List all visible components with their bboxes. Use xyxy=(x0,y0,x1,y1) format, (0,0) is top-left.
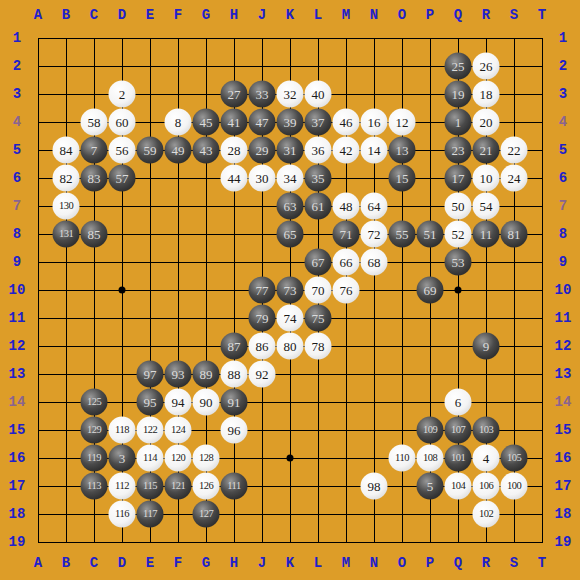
col-label-top-D[interactable]: D xyxy=(118,8,126,22)
stone-J10-move-77: 77 xyxy=(249,277,276,304)
row-label-left-6[interactable]: 6 xyxy=(13,171,21,185)
col-label-bottom-D[interactable]: D xyxy=(118,556,126,570)
stone-N8-move-72: 72 xyxy=(361,221,388,248)
stone-L10-move-70: 70 xyxy=(305,277,332,304)
row-label-right-10[interactable]: 10 xyxy=(555,283,572,297)
col-label-top-A[interactable]: A xyxy=(34,8,42,22)
stone-F15-move-124: 124 xyxy=(165,417,192,444)
col-label-top-L[interactable]: L xyxy=(314,8,322,22)
stone-B7-move-130: 130 xyxy=(53,193,80,220)
stone-K10-move-73: 73 xyxy=(277,277,304,304)
stone-C8-move-85: 85 xyxy=(81,221,108,248)
stone-L11-move-75: 75 xyxy=(305,305,332,332)
row-label-right-15[interactable]: 15 xyxy=(555,423,572,437)
stone-F5-move-49: 49 xyxy=(165,137,192,164)
stone-G18-move-127: 127 xyxy=(193,501,220,528)
stone-J11-move-79: 79 xyxy=(249,305,276,332)
stone-E17-move-115: 115 xyxy=(137,473,164,500)
stone-K7-move-63: 63 xyxy=(277,193,304,220)
stone-J5-move-29: 29 xyxy=(249,137,276,164)
stone-H12-move-87: 87 xyxy=(221,333,248,360)
stone-R5-move-21: 21 xyxy=(473,137,500,164)
stone-R2-move-26: 26 xyxy=(473,53,500,80)
stone-J12-move-86: 86 xyxy=(249,333,276,360)
stone-L5-move-36: 36 xyxy=(305,137,332,164)
row-label-left-9[interactable]: 9 xyxy=(13,255,21,269)
stone-G16-move-128: 128 xyxy=(193,445,220,472)
stone-D18-move-116: 116 xyxy=(109,501,136,528)
star-point-K16 xyxy=(287,455,294,462)
row-label-left-14[interactable]: 14 xyxy=(9,395,26,409)
stone-N17-move-98: 98 xyxy=(361,473,388,500)
stone-M10-move-76: 76 xyxy=(333,277,360,304)
stone-F14-move-94: 94 xyxy=(165,389,192,416)
stone-O6-move-15: 15 xyxy=(389,165,416,192)
row-label-right-5[interactable]: 5 xyxy=(559,143,567,157)
stone-P10-move-69: 69 xyxy=(417,277,444,304)
stone-Q15-move-107: 107 xyxy=(445,417,472,444)
stone-Q6-move-17: 17 xyxy=(445,165,472,192)
stone-S8-move-81: 81 xyxy=(501,221,528,248)
row-label-right-11[interactable]: 11 xyxy=(555,311,572,325)
stone-B6-move-82: 82 xyxy=(53,165,80,192)
row-label-left-16[interactable]: 16 xyxy=(9,451,26,465)
stone-H17-move-111: 111 xyxy=(221,473,248,500)
stone-R15-move-103: 103 xyxy=(473,417,500,444)
stone-H13-move-88: 88 xyxy=(221,361,248,388)
stone-Q3-move-19: 19 xyxy=(445,81,472,108)
row-label-left-11[interactable]: 11 xyxy=(9,311,26,325)
stone-S6-move-24: 24 xyxy=(501,165,528,192)
go-board: AABBCCDDEEFFGGHHJJKKLLMMNNOOPPQQRRSSTT11… xyxy=(0,0,580,580)
stone-R16-move-4: 4 xyxy=(473,445,500,472)
row-label-left-7[interactable]: 7 xyxy=(13,199,21,213)
stone-H5-move-28: 28 xyxy=(221,137,248,164)
stone-L9-move-67: 67 xyxy=(305,249,332,276)
col-label-top-M[interactable]: M xyxy=(342,8,350,22)
star-point-D10 xyxy=(119,287,126,294)
stone-J6-move-30: 30 xyxy=(249,165,276,192)
stone-K6-move-34: 34 xyxy=(277,165,304,192)
stone-L12-move-78: 78 xyxy=(305,333,332,360)
col-label-top-H[interactable]: H xyxy=(230,8,238,22)
stone-O8-move-55: 55 xyxy=(389,221,416,248)
stone-N7-move-64: 64 xyxy=(361,193,388,220)
stone-M4-move-46: 46 xyxy=(333,109,360,136)
stone-Q2-move-25: 25 xyxy=(445,53,472,80)
col-label-top-G[interactable]: G xyxy=(202,8,210,22)
stone-E5-move-59: 59 xyxy=(137,137,164,164)
col-label-bottom-E[interactable]: E xyxy=(146,556,154,570)
col-label-bottom-M[interactable]: M xyxy=(342,556,350,570)
col-label-bottom-B[interactable]: B xyxy=(62,556,70,570)
col-label-top-K[interactable]: K xyxy=(286,8,294,22)
stone-Q4-move-1: 1 xyxy=(445,109,472,136)
stone-C6-move-83: 83 xyxy=(81,165,108,192)
stone-J13-move-92: 92 xyxy=(249,361,276,388)
stone-P17-move-5: 5 xyxy=(417,473,444,500)
stone-Q16-move-101: 101 xyxy=(445,445,472,472)
stone-H15-move-96: 96 xyxy=(221,417,248,444)
col-label-top-F[interactable]: F xyxy=(174,8,182,22)
stone-N5-move-14: 14 xyxy=(361,137,388,164)
stone-Q5-move-23: 23 xyxy=(445,137,472,164)
row-label-right-6[interactable]: 6 xyxy=(559,171,567,185)
stone-R17-move-106: 106 xyxy=(473,473,500,500)
row-label-left-13[interactable]: 13 xyxy=(9,367,26,381)
stone-F17-move-121: 121 xyxy=(165,473,192,500)
row-label-right-18[interactable]: 18 xyxy=(555,507,572,521)
col-label-bottom-F[interactable]: F xyxy=(174,556,182,570)
row-label-right-16[interactable]: 16 xyxy=(555,451,572,465)
stone-D15-move-118: 118 xyxy=(109,417,136,444)
stone-S5-move-22: 22 xyxy=(501,137,528,164)
col-label-bottom-R[interactable]: R xyxy=(482,556,490,570)
stone-S17-move-100: 100 xyxy=(501,473,528,500)
stone-G14-move-90: 90 xyxy=(193,389,220,416)
col-label-top-S[interactable]: S xyxy=(510,8,518,22)
stone-E16-move-114: 114 xyxy=(137,445,164,472)
stone-B5-move-84: 84 xyxy=(53,137,80,164)
stone-C14-move-125: 125 xyxy=(81,389,108,416)
row-label-right-4[interactable]: 4 xyxy=(559,115,567,129)
stone-C15-move-129: 129 xyxy=(81,417,108,444)
row-label-right-13[interactable]: 13 xyxy=(555,367,572,381)
row-label-left-1[interactable]: 1 xyxy=(13,31,21,45)
row-label-right-12[interactable]: 12 xyxy=(555,339,572,353)
stone-J3-move-33: 33 xyxy=(249,81,276,108)
stone-C4-move-58: 58 xyxy=(81,109,108,136)
row-label-right-3[interactable]: 3 xyxy=(559,87,567,101)
stone-Q14-move-6: 6 xyxy=(445,389,472,416)
row-label-right-8[interactable]: 8 xyxy=(559,227,567,241)
stone-Q7-move-50: 50 xyxy=(445,193,472,220)
col-label-bottom-N[interactable]: N xyxy=(370,556,378,570)
col-label-bottom-T[interactable]: T xyxy=(538,556,546,570)
col-label-top-J[interactable]: J xyxy=(258,8,266,22)
stone-O16-move-110: 110 xyxy=(389,445,416,472)
stone-R4-move-20: 20 xyxy=(473,109,500,136)
col-label-bottom-O[interactable]: O xyxy=(398,556,406,570)
stone-M5-move-42: 42 xyxy=(333,137,360,164)
row-label-left-4[interactable]: 4 xyxy=(13,115,21,129)
col-label-top-R[interactable]: R xyxy=(482,8,490,22)
stone-Q17-move-104: 104 xyxy=(445,473,472,500)
row-label-left-17[interactable]: 17 xyxy=(9,479,26,493)
col-label-bottom-S[interactable]: S xyxy=(510,556,518,570)
stone-E15-move-122: 122 xyxy=(137,417,164,444)
col-label-bottom-G[interactable]: G xyxy=(202,556,210,570)
stone-M8-move-71: 71 xyxy=(333,221,360,248)
stone-K8-move-65: 65 xyxy=(277,221,304,248)
row-label-left-10[interactable]: 10 xyxy=(9,283,26,297)
col-label-bottom-H[interactable]: H xyxy=(230,556,238,570)
stone-Q8-move-52: 52 xyxy=(445,221,472,248)
stone-J4-move-47: 47 xyxy=(249,109,276,136)
col-label-top-O[interactable]: O xyxy=(398,8,406,22)
col-label-top-B[interactable]: B xyxy=(62,8,70,22)
row-label-right-2[interactable]: 2 xyxy=(559,59,567,73)
stone-C17-move-113: 113 xyxy=(81,473,108,500)
stone-K4-move-39: 39 xyxy=(277,109,304,136)
stone-F4-move-8: 8 xyxy=(165,109,192,136)
stone-P15-move-109: 109 xyxy=(417,417,444,444)
stone-R18-move-102: 102 xyxy=(473,501,500,528)
row-label-left-3[interactable]: 3 xyxy=(13,87,21,101)
stone-H6-move-44: 44 xyxy=(221,165,248,192)
row-label-left-8[interactable]: 8 xyxy=(13,227,21,241)
col-label-bottom-Q[interactable]: Q xyxy=(454,556,462,570)
stone-R8-move-11: 11 xyxy=(473,221,500,248)
row-label-right-1[interactable]: 1 xyxy=(559,31,567,45)
stone-O5-move-13: 13 xyxy=(389,137,416,164)
row-label-left-15[interactable]: 15 xyxy=(9,423,26,437)
stone-P8-move-51: 51 xyxy=(417,221,444,248)
stone-G13-move-89: 89 xyxy=(193,361,220,388)
col-label-bottom-K[interactable]: K xyxy=(286,556,294,570)
stone-K12-move-80: 80 xyxy=(277,333,304,360)
stone-E13-move-97: 97 xyxy=(137,361,164,388)
col-label-top-P[interactable]: P xyxy=(426,8,434,22)
stone-C16-move-119: 119 xyxy=(81,445,108,472)
stone-D4-move-60: 60 xyxy=(109,109,136,136)
stone-O4-move-12: 12 xyxy=(389,109,416,136)
stone-H3-move-27: 27 xyxy=(221,81,248,108)
row-label-right-17[interactable]: 17 xyxy=(555,479,572,493)
stone-K11-move-74: 74 xyxy=(277,305,304,332)
stone-R12-move-9: 9 xyxy=(473,333,500,360)
row-label-left-5[interactable]: 5 xyxy=(13,143,21,157)
stone-P16-move-108: 108 xyxy=(417,445,444,472)
row-label-left-18[interactable]: 18 xyxy=(9,507,26,521)
col-label-top-N[interactable]: N xyxy=(370,8,378,22)
col-label-bottom-P[interactable]: P xyxy=(426,556,434,570)
col-label-top-Q[interactable]: Q xyxy=(454,8,462,22)
stone-S16-move-105: 105 xyxy=(501,445,528,472)
stone-D6-move-57: 57 xyxy=(109,165,136,192)
stone-F13-move-93: 93 xyxy=(165,361,192,388)
row-label-right-19[interactable]: 19 xyxy=(555,535,572,549)
row-label-right-9[interactable]: 9 xyxy=(559,255,567,269)
stone-R6-move-10: 10 xyxy=(473,165,500,192)
stone-N9-move-68: 68 xyxy=(361,249,388,276)
stone-Q9-move-53: 53 xyxy=(445,249,472,276)
row-label-right-14[interactable]: 14 xyxy=(555,395,572,409)
stone-N4-move-16: 16 xyxy=(361,109,388,136)
stone-K5-move-31: 31 xyxy=(277,137,304,164)
stone-B8-move-131: 131 xyxy=(53,221,80,248)
col-label-bottom-C[interactable]: C xyxy=(90,556,98,570)
stone-L3-move-40: 40 xyxy=(305,81,332,108)
row-label-right-7[interactable]: 7 xyxy=(559,199,567,213)
col-label-bottom-A[interactable]: A xyxy=(34,556,42,570)
stone-C5-move-7: 7 xyxy=(81,137,108,164)
col-label-top-T[interactable]: T xyxy=(538,8,546,22)
row-label-left-2[interactable]: 2 xyxy=(13,59,21,73)
stone-L6-move-35: 35 xyxy=(305,165,332,192)
stone-F16-move-120: 120 xyxy=(165,445,192,472)
stone-K3-move-32: 32 xyxy=(277,81,304,108)
stone-E18-move-117: 117 xyxy=(137,501,164,528)
stone-G5-move-43: 43 xyxy=(193,137,220,164)
stone-D17-move-112: 112 xyxy=(109,473,136,500)
col-label-bottom-L[interactable]: L xyxy=(314,556,322,570)
stone-R3-move-18: 18 xyxy=(473,81,500,108)
stone-R7-move-54: 54 xyxy=(473,193,500,220)
row-label-left-19[interactable]: 19 xyxy=(9,535,26,549)
stone-D3-move-2: 2 xyxy=(109,81,136,108)
stone-E14-move-95: 95 xyxy=(137,389,164,416)
star-point-Q10 xyxy=(455,287,462,294)
stone-L7-move-61: 61 xyxy=(305,193,332,220)
stone-G4-move-45: 45 xyxy=(193,109,220,136)
stone-L4-move-37: 37 xyxy=(305,109,332,136)
col-label-top-C[interactable]: C xyxy=(90,8,98,22)
row-label-left-12[interactable]: 12 xyxy=(9,339,26,353)
stone-G17-move-126: 126 xyxy=(193,473,220,500)
stone-D5-move-56: 56 xyxy=(109,137,136,164)
stone-D16-move-3: 3 xyxy=(109,445,136,472)
stone-M9-move-66: 66 xyxy=(333,249,360,276)
stone-M7-move-48: 48 xyxy=(333,193,360,220)
col-label-top-E[interactable]: E xyxy=(146,8,154,22)
stone-H14-move-91: 91 xyxy=(221,389,248,416)
stone-H4-move-41: 41 xyxy=(221,109,248,136)
col-label-bottom-J[interactable]: J xyxy=(258,556,266,570)
